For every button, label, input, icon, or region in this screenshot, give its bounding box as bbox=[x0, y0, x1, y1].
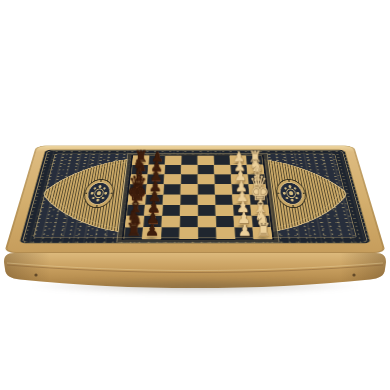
board-square[interactable] bbox=[198, 194, 216, 205]
board-square[interactable] bbox=[214, 165, 231, 175]
board-square[interactable] bbox=[198, 205, 216, 216]
stripe-leaf-left-icon bbox=[23, 155, 130, 238]
board-square[interactable] bbox=[216, 216, 235, 227]
board-square[interactable] bbox=[214, 174, 231, 184]
product-photo-stage: ♜♟♟♜♞♟♟♞♝♟♟♝♛♟♟♛♚♟♟♚♝♟♟♝♞♟♟♞♜♟♟♜ bbox=[0, 0, 390, 390]
rosette-medallion-right-icon bbox=[275, 180, 308, 208]
board-square[interactable] bbox=[180, 216, 198, 227]
hinge-pin-right-icon bbox=[352, 273, 355, 276]
board-square[interactable] bbox=[181, 165, 198, 175]
arabesque-panel-right bbox=[260, 155, 367, 238]
board-square[interactable] bbox=[180, 184, 197, 194]
board-square[interactable] bbox=[180, 205, 198, 216]
board-square[interactable] bbox=[179, 227, 198, 239]
board-top-surface: ♜♟♟♜♞♟♟♞♝♟♟♝♛♟♟♛♚♟♟♚♝♟♟♝♞♟♟♞♜♟♟♜ bbox=[4, 146, 386, 253]
board-square[interactable] bbox=[180, 194, 198, 205]
board-square[interactable] bbox=[214, 156, 231, 165]
board-square[interactable] bbox=[165, 156, 182, 165]
dark-pawn-piece[interactable]: ♟ bbox=[145, 223, 159, 239]
stripe-leaf-right-icon bbox=[260, 155, 367, 238]
board-square[interactable]: ♜ bbox=[124, 227, 144, 239]
board-square[interactable] bbox=[164, 174, 181, 184]
board-square[interactable] bbox=[215, 194, 233, 205]
board-square[interactable] bbox=[198, 174, 215, 184]
board-square[interactable] bbox=[164, 165, 181, 175]
board-square[interactable] bbox=[163, 184, 181, 194]
board-square[interactable] bbox=[215, 205, 233, 216]
floor-shadow bbox=[22, 279, 368, 295]
board-square[interactable] bbox=[163, 194, 181, 205]
board-square[interactable]: ♟ bbox=[142, 227, 161, 239]
ornament-field: ♜♟♟♜♞♟♟♞♝♟♟♝♛♟♟♛♚♟♟♚♝♟♟♝♞♟♟♞♜♟♟♜ bbox=[19, 150, 372, 244]
board-square[interactable] bbox=[162, 205, 180, 216]
board-square[interactable] bbox=[198, 184, 215, 194]
dark-rook-piece[interactable]: ♜ bbox=[125, 221, 141, 239]
light-rook-piece[interactable]: ♜ bbox=[255, 221, 271, 239]
board-square[interactable]: ♟ bbox=[234, 227, 253, 239]
board-square[interactable] bbox=[216, 227, 235, 239]
light-pawn-piece[interactable]: ♟ bbox=[237, 223, 251, 239]
board-square[interactable] bbox=[161, 216, 180, 227]
board-square[interactable] bbox=[198, 216, 216, 227]
chessboard[interactable]: ♜♟♟♜♞♟♟♞♝♟♟♝♛♟♟♛♚♟♟♚♝♟♟♝♞♟♟♞♜♟♟♜ bbox=[122, 155, 275, 240]
board-square[interactable] bbox=[215, 184, 233, 194]
board-square[interactable]: ♜ bbox=[253, 227, 273, 239]
board-square[interactable] bbox=[181, 174, 198, 184]
hinge-pin-left-icon bbox=[34, 273, 37, 276]
board-square[interactable] bbox=[198, 227, 217, 239]
arabesque-panel-left bbox=[23, 155, 130, 238]
board-square[interactable] bbox=[181, 156, 197, 165]
rosette-medallion-left-icon bbox=[82, 180, 115, 208]
board-square[interactable] bbox=[198, 156, 214, 165]
board-square[interactable] bbox=[161, 227, 180, 239]
board-square[interactable] bbox=[198, 165, 215, 175]
